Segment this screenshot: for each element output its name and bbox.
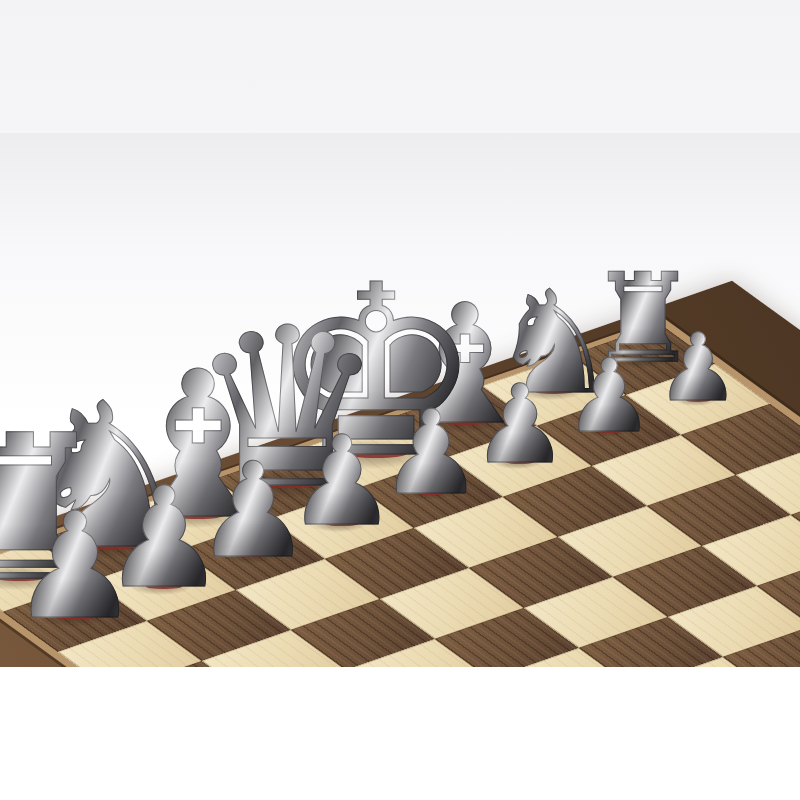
photo-area: ♜♞♝♛♚♝♞♜♟♟♟♟♟♟♟♟ (0, 133, 800, 667)
product-photo-scene: ♜♞♝♛♚♝♞♜♟♟♟♟♟♟♟♟ (0, 0, 800, 800)
background-bottom (0, 667, 800, 800)
background-top (0, 0, 800, 133)
chess-board (0, 324, 800, 667)
